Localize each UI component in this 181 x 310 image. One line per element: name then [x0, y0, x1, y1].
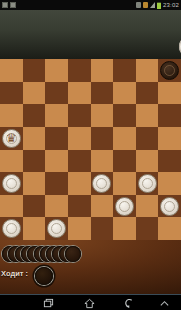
board-square[interactable]	[0, 59, 23, 82]
board-square[interactable]	[68, 150, 91, 173]
system-tray: 23:02	[136, 2, 179, 9]
captured-black-piece	[65, 246, 81, 262]
status-bar: 23:02	[0, 0, 181, 10]
board-square[interactable]	[45, 172, 68, 195]
home-button[interactable]	[83, 297, 95, 309]
clock-text: 23:02	[163, 2, 179, 8]
board-square[interactable]	[45, 82, 68, 105]
board-square[interactable]	[113, 217, 136, 240]
board-square[interactable]	[68, 217, 91, 240]
board-square[interactable]	[23, 172, 46, 195]
back-button[interactable]	[122, 297, 134, 309]
board-square[interactable]	[113, 172, 136, 195]
board-square[interactable]	[0, 150, 23, 173]
board-square[interactable]	[91, 82, 114, 105]
notification-icon	[10, 2, 16, 8]
board-square[interactable]	[158, 82, 181, 105]
board-square[interactable]	[0, 104, 23, 127]
board-square[interactable]	[45, 217, 68, 240]
notification-area	[2, 2, 16, 8]
board-square[interactable]	[68, 127, 91, 150]
board-square[interactable]	[0, 82, 23, 105]
back-icon	[123, 298, 134, 309]
board-square[interactable]	[113, 82, 136, 105]
recents-icon	[43, 298, 54, 309]
app-screen: 23:02 ♛ Ходит :	[0, 0, 181, 310]
turn-indicator: Ходит :	[1, 266, 53, 285]
turn-piece-black-icon	[35, 267, 53, 285]
board-square[interactable]	[23, 59, 46, 82]
board-square[interactable]: ♛	[0, 127, 23, 150]
board-square[interactable]	[0, 195, 23, 218]
board-square[interactable]	[68, 195, 91, 218]
board-square[interactable]	[158, 104, 181, 127]
collapse-button[interactable]	[158, 297, 170, 309]
board-square[interactable]	[158, 217, 181, 240]
board-square[interactable]	[23, 195, 46, 218]
white-man-piece[interactable]	[115, 197, 134, 216]
board-square[interactable]	[91, 195, 114, 218]
white-man-piece[interactable]	[138, 174, 157, 193]
home-icon	[84, 298, 95, 309]
board-square[interactable]	[45, 127, 68, 150]
board-square[interactable]	[0, 172, 23, 195]
board-square[interactable]	[113, 195, 136, 218]
board-square[interactable]	[158, 127, 181, 150]
board-square[interactable]	[23, 104, 46, 127]
checkers-board[interactable]: ♛	[0, 59, 181, 240]
recents-button[interactable]	[42, 297, 54, 309]
board-square[interactable]	[113, 104, 136, 127]
board-square[interactable]	[136, 195, 159, 218]
board-square[interactable]	[136, 172, 159, 195]
white-man-piece[interactable]	[2, 174, 21, 193]
board-square[interactable]	[136, 217, 159, 240]
board-square[interactable]	[158, 150, 181, 173]
battery-icon	[157, 2, 161, 9]
board-square[interactable]	[136, 104, 159, 127]
board-square[interactable]	[91, 217, 114, 240]
board-square[interactable]	[45, 195, 68, 218]
board-square[interactable]	[136, 150, 159, 173]
board-square[interactable]	[68, 82, 91, 105]
board-square[interactable]	[23, 217, 46, 240]
board-square[interactable]	[45, 150, 68, 173]
board-square[interactable]	[158, 59, 181, 82]
android-nav-bar	[0, 294, 181, 310]
board-square[interactable]	[23, 82, 46, 105]
notification-icon	[2, 2, 8, 8]
board-square[interactable]	[136, 59, 159, 82]
white-man-piece[interactable]	[160, 197, 179, 216]
board-square[interactable]	[158, 195, 181, 218]
bottom-panel: Ходит :	[0, 240, 181, 294]
board-square[interactable]	[23, 150, 46, 173]
board-square[interactable]	[23, 127, 46, 150]
board-square[interactable]	[113, 59, 136, 82]
board-square[interactable]	[91, 104, 114, 127]
turn-label: Ходит :	[1, 269, 28, 278]
white-man-piece[interactable]	[2, 219, 21, 238]
board-square[interactable]	[136, 127, 159, 150]
chevron-up-icon	[159, 298, 170, 309]
signal-icon	[150, 2, 155, 8]
board-square[interactable]	[113, 127, 136, 150]
white-king-piece[interactable]: ♛	[2, 129, 21, 148]
board-square[interactable]	[91, 59, 114, 82]
board-square[interactable]	[91, 127, 114, 150]
board-square[interactable]	[45, 104, 68, 127]
king-crown-icon: ♛	[6, 132, 17, 144]
board-square[interactable]	[0, 217, 23, 240]
board-square[interactable]	[113, 150, 136, 173]
board-square[interactable]	[68, 104, 91, 127]
board-square[interactable]	[136, 82, 159, 105]
top-panel	[0, 10, 181, 59]
white-man-piece[interactable]	[92, 174, 111, 193]
captured-white-piece	[179, 36, 181, 57]
board-square[interactable]	[45, 59, 68, 82]
board-square[interactable]	[91, 172, 114, 195]
black-man-piece[interactable]	[160, 61, 179, 80]
board-square[interactable]	[158, 172, 181, 195]
system-status-icon	[136, 2, 141, 8]
board-square[interactable]	[68, 59, 91, 82]
system-status-icon	[143, 2, 148, 8]
white-man-piece[interactable]	[47, 219, 66, 238]
board-square[interactable]	[68, 172, 91, 195]
board-square[interactable]	[91, 150, 114, 173]
